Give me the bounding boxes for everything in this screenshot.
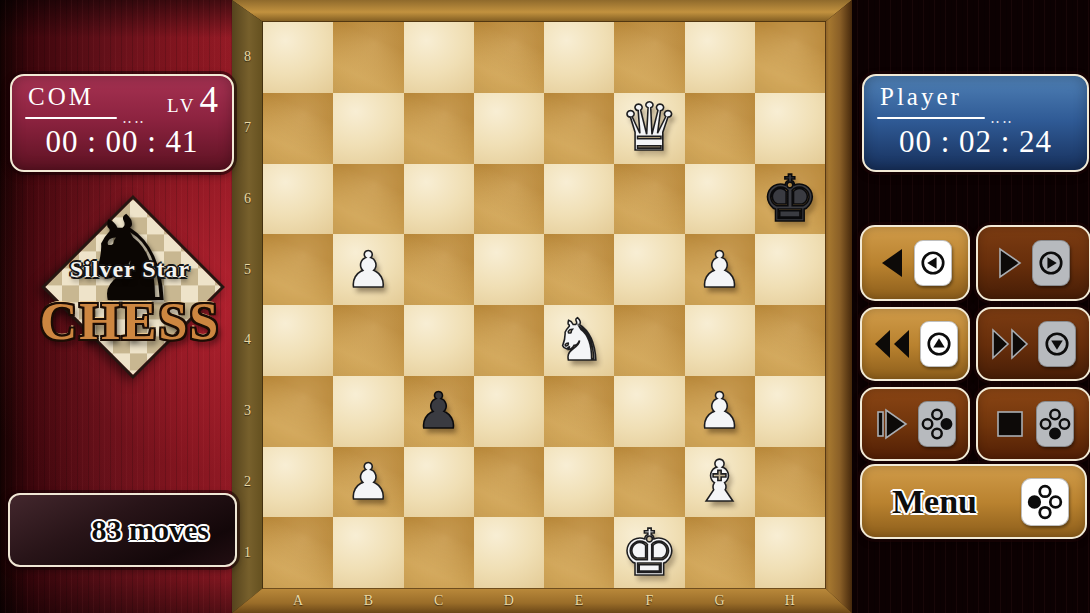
double-arrow-right-icon [991, 327, 1029, 361]
moves-counter-panel: 83 moves [8, 493, 237, 567]
square-h1[interactable] [755, 517, 825, 588]
black-king-h6[interactable]: ♚ [761, 167, 818, 231]
com-underline [25, 117, 117, 119]
square-g7[interactable] [685, 93, 755, 164]
white-pawn-g3[interactable]: ♟ [697, 386, 742, 436]
square-h5[interactable] [755, 234, 825, 305]
moves-counter-text: 83 moves [92, 513, 235, 547]
square-e1[interactable] [544, 517, 614, 588]
white-queen-f7[interactable]: ♛ [620, 95, 679, 161]
com-clock-header: COM LV4 ‥‥ [12, 76, 232, 120]
menu-button[interactable]: Menu [860, 464, 1087, 539]
square-h4[interactable] [755, 305, 825, 376]
square-b1[interactable] [333, 517, 403, 588]
square-g4[interactable] [685, 305, 755, 376]
square-e4[interactable]: ♞ [544, 305, 614, 376]
square-g6[interactable] [685, 164, 755, 235]
square-d8[interactable] [474, 22, 544, 93]
square-b8[interactable] [333, 22, 403, 93]
square-b6[interactable] [333, 164, 403, 235]
square-f6[interactable] [614, 164, 684, 235]
circled-down-chip [1038, 321, 1076, 367]
square-b3[interactable] [333, 376, 403, 447]
square-h6[interactable]: ♚ [755, 164, 825, 235]
square-f5[interactable] [614, 234, 684, 305]
square-a7[interactable] [263, 93, 333, 164]
square-h8[interactable] [755, 22, 825, 93]
white-knight-e4[interactable]: ♞ [553, 311, 605, 369]
file-label-c: C [404, 588, 474, 613]
square-d1[interactable] [474, 517, 544, 588]
square-c2[interactable] [404, 447, 474, 518]
square-g5[interactable]: ♟ [685, 234, 755, 305]
rank-label-3: 3 [232, 376, 263, 447]
file-label-h: H [755, 588, 825, 613]
square-b4[interactable] [333, 305, 403, 376]
stop-button[interactable] [976, 387, 1090, 461]
board-grid[interactable]: ♛♚♟♟♞♟♟♟♝♚ [263, 22, 825, 588]
file-label-e: E [544, 588, 614, 613]
com-label: COM [28, 83, 94, 111]
square-b2[interactable]: ♟ [333, 447, 403, 518]
square-a4[interactable] [263, 305, 333, 376]
square-d6[interactable] [474, 164, 544, 235]
rank-label-7: 7 [232, 93, 263, 164]
chess-board-frame: 87654321 ABCDEFGH ♛♚♟♟♞♟♟♟♝♚ [232, 0, 852, 613]
board-frame-right-rail [825, 0, 852, 613]
square-c4[interactable] [404, 305, 474, 376]
step-forward-icon [875, 407, 909, 441]
square-d7[interactable] [474, 93, 544, 164]
gamepad-right-filled-icon [918, 401, 956, 447]
level-label: LV [167, 95, 197, 116]
circled-left-chip [914, 240, 952, 286]
square-h2[interactable] [755, 447, 825, 518]
file-label-g: G [685, 588, 755, 613]
square-f3[interactable] [614, 376, 684, 447]
square-c1[interactable] [404, 517, 474, 588]
square-d5[interactable] [474, 234, 544, 305]
square-e3[interactable] [544, 376, 614, 447]
black-pawn-c3[interactable]: ♟ [416, 386, 461, 436]
rank-label-8: 8 [232, 22, 263, 93]
circled-right-chip [1032, 240, 1070, 286]
square-a1[interactable] [263, 517, 333, 588]
board-frame-top-rail [232, 0, 852, 22]
square-g8[interactable] [685, 22, 755, 93]
stop-square-icon [993, 407, 1027, 441]
square-c8[interactable] [404, 22, 474, 93]
file-label-f: F [614, 588, 684, 613]
square-f2[interactable] [614, 447, 684, 518]
menu-button-label: Menu [892, 483, 977, 521]
double-arrow-left-icon [873, 327, 911, 361]
square-c5[interactable] [404, 234, 474, 305]
rank-label-5: 5 [232, 234, 263, 305]
com-clock-panel: COM LV4 ‥‥ 00 : 00 : 41 [10, 74, 234, 172]
square-a5[interactable] [263, 234, 333, 305]
square-e6[interactable] [544, 164, 614, 235]
square-e8[interactable] [544, 22, 614, 93]
gamepad-left-filled-icon [1021, 478, 1069, 526]
rewind-button[interactable] [860, 307, 970, 381]
rank-label-6: 6 [232, 164, 263, 235]
next-move-button[interactable] [976, 225, 1090, 301]
player-clock-header: Player ‥‥ [864, 76, 1087, 120]
square-c3[interactable]: ♟ [404, 376, 474, 447]
square-f1[interactable]: ♚ [614, 517, 684, 588]
square-e5[interactable] [544, 234, 614, 305]
white-bishop-g2[interactable]: ♝ [694, 453, 745, 510]
square-e2[interactable] [544, 447, 614, 518]
square-b5[interactable]: ♟ [333, 234, 403, 305]
square-a8[interactable] [263, 22, 333, 93]
white-pawn-b5[interactable]: ♟ [346, 245, 391, 295]
square-d4[interactable] [474, 305, 544, 376]
com-level: LV4 [167, 78, 218, 121]
square-f7[interactable]: ♛ [614, 93, 684, 164]
file-labels: ABCDEFGH [263, 588, 825, 613]
square-a2[interactable] [263, 447, 333, 518]
square-c6[interactable] [404, 164, 474, 235]
square-a6[interactable] [263, 164, 333, 235]
gamepad-bottom-filled-icon [1036, 401, 1074, 447]
com-time: 00 : 00 : 41 [12, 124, 232, 160]
arrow-left-icon [879, 246, 905, 280]
player-time: 00 : 02 : 24 [864, 124, 1087, 160]
level-value: 4 [200, 79, 219, 120]
step-play-button[interactable] [860, 387, 970, 461]
square-b7[interactable] [333, 93, 403, 164]
white-pawn-g5[interactable]: ♟ [697, 245, 742, 295]
square-a3[interactable] [263, 376, 333, 447]
file-label-a: A [263, 588, 333, 613]
arrow-right-icon [997, 246, 1023, 280]
square-g2[interactable]: ♝ [685, 447, 755, 518]
circled-up-chip [920, 321, 958, 367]
player-label: Player [880, 83, 962, 111]
rank-label-4: 4 [232, 305, 263, 376]
square-h7[interactable] [755, 93, 825, 164]
square-g3[interactable]: ♟ [685, 376, 755, 447]
square-e7[interactable] [544, 93, 614, 164]
square-d3[interactable] [474, 376, 544, 447]
square-c7[interactable] [404, 93, 474, 164]
square-d2[interactable] [474, 447, 544, 518]
prev-move-button[interactable] [860, 225, 970, 301]
square-f8[interactable] [614, 22, 684, 93]
player-clock-panel: Player ‥‥ 00 : 02 : 24 [862, 74, 1089, 172]
white-king-f1[interactable]: ♚ [621, 521, 678, 585]
square-h3[interactable] [755, 376, 825, 447]
file-label-b: B [333, 588, 403, 613]
fast-forward-button[interactable] [976, 307, 1090, 381]
file-label-d: D [474, 588, 544, 613]
square-g1[interactable] [685, 517, 755, 588]
player-underline [877, 117, 985, 119]
square-f4[interactable] [614, 305, 684, 376]
white-pawn-b2[interactable]: ♟ [346, 457, 391, 507]
